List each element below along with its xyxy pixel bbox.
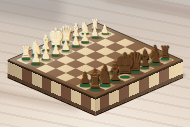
rook-glyph: ♜	[88, 72, 102, 91]
pawn-glyph: ♟	[61, 40, 70, 52]
pawn-glyph: ♟	[91, 28, 99, 39]
photo-scene: ♜♞♝♛♚♝♞♜♟♟♟♟♟♟♟♟♟♟♟♟♟♟♟♟♜♞♝♛♚♝♞♜	[0, 0, 190, 127]
pieces-layer: ♜♞♝♛♚♝♞♜♟♟♟♟♟♟♟♟♟♟♟♟♟♟♟♟♜♞♝♛♚♝♞♜	[0, 0, 190, 127]
pawn-glyph: ♟	[31, 52, 41, 65]
pawn-glyph: ♟	[71, 36, 79, 48]
pawn-glyph: ♟	[101, 24, 109, 35]
pawn-glyph: ♟	[51, 44, 60, 57]
pawn-glyph: ♟	[41, 48, 50, 61]
pawn-glyph: ♟	[81, 32, 89, 43]
rook-glyph: ♜	[20, 45, 31, 61]
